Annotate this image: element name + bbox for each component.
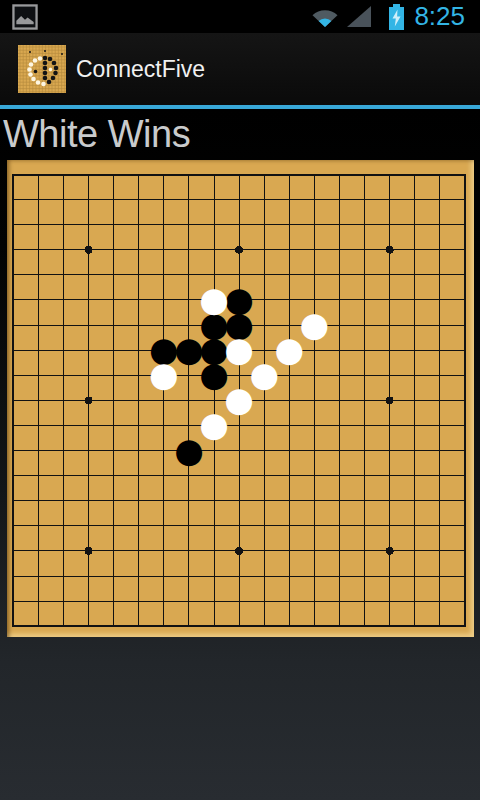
- status-bar[interactable]: 8:25: [0, 0, 480, 33]
- black-stone: ●: [202, 361, 227, 386]
- star-point: [85, 246, 93, 254]
- status-time: 8:25: [414, 0, 465, 33]
- white-stone: ●: [202, 286, 227, 311]
- white-stone: ●: [252, 361, 277, 386]
- white-stone: ●: [202, 411, 227, 436]
- photo-notification-icon: [12, 4, 38, 30]
- star-point: [235, 547, 243, 555]
- black-stone: ●: [176, 336, 201, 361]
- phone-screen: 8:25 ConnectFive: [0, 0, 480, 800]
- wifi-icon: [308, 6, 342, 28]
- star-point: [386, 246, 394, 254]
- star-point: [386, 396, 394, 404]
- cell-signal-icon: [347, 6, 373, 27]
- white-stone: ●: [151, 361, 176, 386]
- black-stone: ●: [176, 437, 201, 462]
- connectfive-app-icon: [18, 45, 66, 93]
- white-stone: ●: [227, 386, 252, 411]
- star-point: [386, 547, 394, 555]
- white-stone: ●: [227, 336, 252, 361]
- star-point: [235, 246, 243, 254]
- star-point: [85, 396, 93, 404]
- battery-charging-icon: [388, 4, 405, 30]
- star-point: [85, 547, 93, 555]
- white-stone: ●: [277, 336, 302, 361]
- white-stone: ●: [302, 311, 327, 336]
- go-board[interactable]: ●●●●●●●●●●●●●●●●: [7, 160, 474, 637]
- result-banner: White Wins: [0, 109, 480, 159]
- app-bar: ConnectFive: [0, 33, 480, 105]
- app-title: ConnectFive: [76, 56, 205, 83]
